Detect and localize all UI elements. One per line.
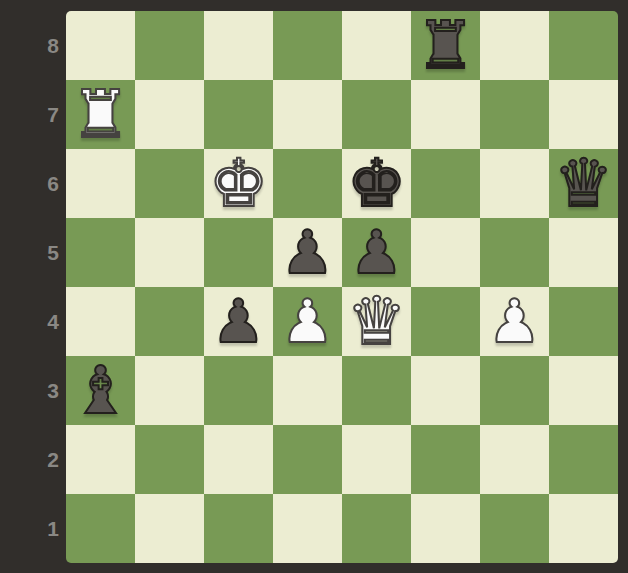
rank-label-3: 3: [0, 356, 62, 425]
square-h4[interactable]: [549, 287, 618, 356]
square-h7[interactable]: [549, 80, 618, 149]
square-g6[interactable]: [480, 149, 549, 218]
square-g8[interactable]: [480, 11, 549, 80]
square-a2[interactable]: [66, 425, 135, 494]
square-b7[interactable]: [135, 80, 204, 149]
square-d8[interactable]: [273, 11, 342, 80]
square-a8[interactable]: [66, 11, 135, 80]
square-e8[interactable]: [342, 11, 411, 80]
square-c6[interactable]: ♚: [204, 149, 273, 218]
black-pawn-c4[interactable]: ♟: [212, 287, 266, 356]
square-a5[interactable]: [66, 218, 135, 287]
rank-label-2: 2: [0, 425, 62, 494]
chess-board[interactable]: ♜♜♚♚♛♟♟♟♟♛♟♝: [66, 11, 618, 563]
square-b2[interactable]: [135, 425, 204, 494]
square-f6[interactable]: [411, 149, 480, 218]
square-g1[interactable]: [480, 494, 549, 563]
square-b8[interactable]: [135, 11, 204, 80]
square-d2[interactable]: [273, 425, 342, 494]
square-h8[interactable]: [549, 11, 618, 80]
square-c1[interactable]: [204, 494, 273, 563]
square-h6[interactable]: ♛: [549, 149, 618, 218]
square-c4[interactable]: ♟: [204, 287, 273, 356]
rank-label-1: 1: [0, 494, 62, 563]
square-b6[interactable]: [135, 149, 204, 218]
square-h2[interactable]: [549, 425, 618, 494]
square-b5[interactable]: [135, 218, 204, 287]
square-a4[interactable]: [66, 287, 135, 356]
white-pawn-g4[interactable]: ♟: [488, 287, 542, 356]
square-c2[interactable]: [204, 425, 273, 494]
square-f7[interactable]: [411, 80, 480, 149]
square-b3[interactable]: [135, 356, 204, 425]
square-c8[interactable]: [204, 11, 273, 80]
square-a1[interactable]: [66, 494, 135, 563]
square-c7[interactable]: [204, 80, 273, 149]
square-d1[interactable]: [273, 494, 342, 563]
white-king-c6[interactable]: ♚: [209, 149, 268, 218]
rank-label-5: 5: [0, 218, 62, 287]
square-e1[interactable]: [342, 494, 411, 563]
square-e5[interactable]: ♟: [342, 218, 411, 287]
square-f4[interactable]: [411, 287, 480, 356]
square-g4[interactable]: ♟: [480, 287, 549, 356]
square-g7[interactable]: [480, 80, 549, 149]
square-f2[interactable]: [411, 425, 480, 494]
square-d7[interactable]: [273, 80, 342, 149]
white-pawn-d4[interactable]: ♟: [281, 287, 335, 356]
black-queen-h6[interactable]: ♛: [554, 149, 613, 218]
white-rook-a7[interactable]: ♜: [71, 80, 130, 149]
square-e3[interactable]: [342, 356, 411, 425]
square-b1[interactable]: [135, 494, 204, 563]
square-f8[interactable]: ♜: [411, 11, 480, 80]
square-e6[interactable]: ♚: [342, 149, 411, 218]
square-d4[interactable]: ♟: [273, 287, 342, 356]
square-h5[interactable]: [549, 218, 618, 287]
rank-label-4: 4: [0, 287, 62, 356]
black-king-e6[interactable]: ♚: [347, 149, 406, 218]
black-pawn-e5[interactable]: ♟: [350, 218, 404, 287]
chess-app-background: 87654321 ♜♜♚♚♛♟♟♟♟♛♟♝: [0, 0, 628, 573]
square-d3[interactable]: [273, 356, 342, 425]
rank-label-8: 8: [0, 11, 62, 80]
square-f3[interactable]: [411, 356, 480, 425]
square-c3[interactable]: [204, 356, 273, 425]
square-e2[interactable]: [342, 425, 411, 494]
black-rook-f8[interactable]: ♜: [416, 11, 475, 80]
square-d6[interactable]: [273, 149, 342, 218]
square-a6[interactable]: [66, 149, 135, 218]
rank-labels-column: 87654321: [0, 11, 62, 563]
square-g5[interactable]: [480, 218, 549, 287]
square-h1[interactable]: [549, 494, 618, 563]
square-f5[interactable]: [411, 218, 480, 287]
square-b4[interactable]: [135, 287, 204, 356]
square-e7[interactable]: [342, 80, 411, 149]
square-f1[interactable]: [411, 494, 480, 563]
square-h3[interactable]: [549, 356, 618, 425]
square-d5[interactable]: ♟: [273, 218, 342, 287]
square-g2[interactable]: [480, 425, 549, 494]
black-pawn-d5[interactable]: ♟: [281, 218, 335, 287]
black-bishop-a3[interactable]: ♝: [71, 356, 130, 425]
square-a3[interactable]: ♝: [66, 356, 135, 425]
rank-label-6: 6: [0, 149, 62, 218]
square-g3[interactable]: [480, 356, 549, 425]
square-a7[interactable]: ♜: [66, 80, 135, 149]
square-c5[interactable]: [204, 218, 273, 287]
rank-label-7: 7: [0, 80, 62, 149]
white-queen-e4[interactable]: ♛: [347, 287, 406, 356]
square-e4[interactable]: ♛: [342, 287, 411, 356]
